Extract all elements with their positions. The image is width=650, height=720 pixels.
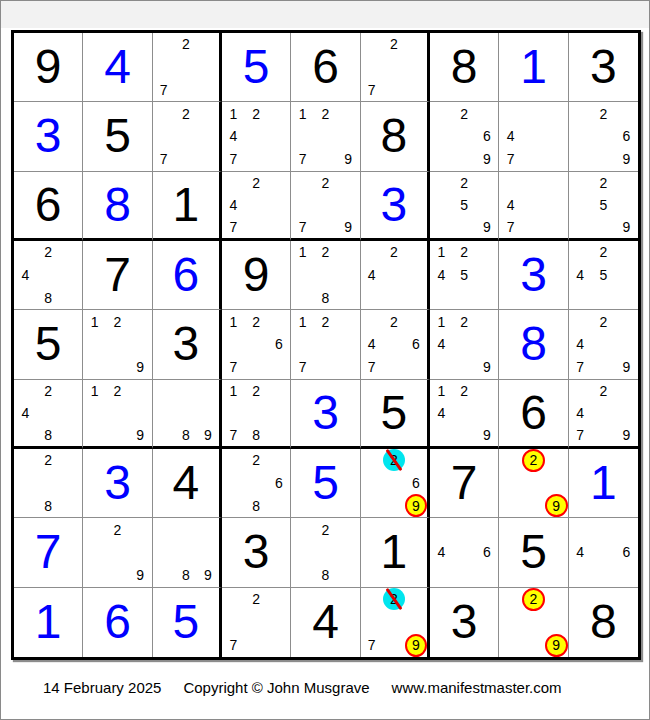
solved-digit: 3: [83, 449, 151, 517]
candidate-2[interactable]: 2: [37, 449, 60, 472]
candidate-4[interactable]: 4: [430, 541, 453, 564]
candidate-2[interactable]: 2: [106, 310, 129, 333]
cell-r9c6[interactable]: 279: [361, 588, 430, 657]
candidate-6[interactable]: 6: [615, 125, 638, 148]
candidate-9[interactable]: 9: [615, 148, 638, 171]
cell-r8c4[interactable]: 3: [222, 518, 291, 587]
cell-r9c2[interactable]: 6: [83, 588, 152, 657]
cell-r7c2[interactable]: 3: [83, 449, 152, 518]
given-digit: 3: [222, 518, 290, 586]
header-bar: [1, 1, 649, 28]
candidate-7[interactable]: 7: [153, 79, 175, 102]
candidate-7[interactable]: 7: [222, 634, 245, 657]
candidate-7[interactable]: 7: [499, 216, 522, 238]
candidate-9[interactable]: 9: [615, 356, 638, 379]
candidate-2[interactable]: 2: [245, 172, 268, 194]
footer-date: 14 February 2025: [43, 679, 161, 696]
cell-r5c7[interactable]: 1249: [430, 310, 499, 379]
cell-r5c4[interactable]: 1267: [222, 310, 291, 379]
solved-digit: 8: [499, 310, 567, 378]
cell-r3c6[interactable]: 3: [361, 172, 430, 241]
candidate-5[interactable]: 5: [453, 194, 476, 216]
given-digit: 5: [499, 518, 567, 586]
candidate-9[interactable]: 9: [615, 424, 638, 446]
cell-r6c9[interactable]: 2479: [569, 380, 638, 449]
candidate-7[interactable]: 7: [153, 148, 175, 171]
cell-r9c5[interactable]: 4: [291, 588, 360, 657]
cell-r3c2[interactable]: 8: [83, 172, 152, 241]
candidate-7[interactable]: 7: [361, 356, 383, 379]
highlight-circle: 9: [405, 494, 427, 517]
cell-r1c1[interactable]: 9: [14, 33, 83, 102]
candidate-2[interactable]: 2: [592, 102, 615, 125]
cell-r3c7[interactable]: 259: [430, 172, 499, 241]
highlight-circle: 2: [522, 588, 545, 611]
given-digit: 5: [361, 380, 427, 446]
candidate-6[interactable]: 6: [405, 472, 427, 495]
given-digit: 7: [430, 449, 498, 517]
cell-r7c6[interactable]: 269: [361, 449, 430, 518]
cell-r1c8[interactable]: 1: [499, 33, 568, 102]
cell-r2c7[interactable]: 269: [430, 102, 499, 171]
candidate-4[interactable]: 4: [14, 264, 37, 287]
candidate-2-cyan[interactable]: 2: [383, 588, 405, 611]
cell-r7c9[interactable]: 1: [569, 449, 638, 518]
cell-r1c2[interactable]: 4: [83, 33, 152, 102]
candidate-4[interactable]: 4: [499, 194, 522, 216]
cell-r7c7[interactable]: 7: [430, 449, 499, 518]
cell-r3c1[interactable]: 6: [14, 172, 83, 241]
cell-r8c6[interactable]: 1: [361, 518, 430, 587]
cell-r3c4[interactable]: 247: [222, 172, 291, 241]
cell-r2c4[interactable]: 1247: [222, 102, 291, 171]
candidate-5[interactable]: 5: [592, 194, 615, 216]
cell-r9c1[interactable]: 1: [14, 588, 83, 657]
cell-r2c1[interactable]: 3: [14, 102, 83, 171]
candidate-2-yellow[interactable]: 2: [522, 449, 545, 472]
candidate-2[interactable]: 2: [453, 380, 476, 402]
cell-r7c5[interactable]: 5: [291, 449, 360, 518]
cell-r2c6[interactable]: 8: [361, 102, 430, 171]
eliminated-candidate-circle: 2: [383, 588, 405, 610]
candidate-8[interactable]: 8: [314, 564, 337, 587]
candidate-2[interactable]: 2: [592, 380, 615, 402]
cell-r8c9[interactable]: 46: [569, 518, 638, 587]
candidate-7[interactable]: 7: [499, 148, 522, 171]
candidate-2[interactable]: 2: [453, 310, 476, 333]
candidate-2[interactable]: 2: [592, 172, 615, 194]
candidate-7[interactable]: 7: [569, 424, 592, 446]
candidate-9-yellow[interactable]: 9: [405, 634, 427, 657]
candidate-2[interactable]: 2: [453, 172, 476, 194]
candidate-9[interactable]: 9: [615, 216, 638, 238]
candidate-2-yellow[interactable]: 2: [522, 588, 545, 611]
candidate-7[interactable]: 7: [361, 634, 383, 657]
candidate-2[interactable]: 2: [314, 241, 337, 264]
given-digit: 4: [153, 449, 219, 517]
candidate-9[interactable]: 9: [197, 424, 219, 446]
given-digit: 8: [430, 33, 498, 101]
cell-r4c5[interactable]: 128: [291, 241, 360, 310]
cell-r8c5[interactable]: 28: [291, 518, 360, 587]
solved-digit: 1: [14, 588, 82, 657]
solved-digit: 3: [14, 102, 82, 170]
candidate-9[interactable]: 9: [129, 564, 152, 587]
candidate-4[interactable]: 4: [569, 333, 592, 356]
candidate-9[interactable]: 9: [337, 148, 360, 171]
candidate-2[interactable]: 2: [175, 33, 197, 56]
candidate-2[interactable]: 2: [245, 310, 268, 333]
candidate-2[interactable]: 2: [383, 241, 405, 264]
solved-digit: 5: [153, 588, 219, 657]
highlight-circle: 9: [545, 494, 568, 517]
candidate-8[interactable]: 8: [175, 564, 197, 587]
cell-r4c4[interactable]: 9: [222, 241, 291, 310]
candidate-9[interactable]: 9: [476, 216, 499, 238]
given-digit: 8: [569, 588, 638, 657]
given-digit: 3: [430, 588, 498, 657]
cell-r9c3[interactable]: 5: [153, 588, 222, 657]
cell-r1c3[interactable]: 27: [153, 33, 222, 102]
given-digit: 9: [14, 33, 82, 101]
cell-r3c3[interactable]: 1: [153, 172, 222, 241]
solved-digit: 3: [361, 172, 427, 238]
given-digit: 6: [14, 172, 82, 238]
given-digit: 1: [153, 172, 219, 238]
cell-r3c5[interactable]: 279: [291, 172, 360, 241]
cell-r5c1[interactable]: 5: [14, 310, 83, 379]
candidate-2[interactable]: 2: [314, 518, 337, 541]
cell-r2c9[interactable]: 269: [569, 102, 638, 171]
candidate-8[interactable]: 8: [37, 495, 60, 518]
candidate-4[interactable]: 4: [361, 333, 383, 356]
cell-r9c7[interactable]: 3: [430, 588, 499, 657]
candidate-2[interactable]: 2: [175, 102, 197, 125]
solved-digit: 5: [222, 33, 290, 101]
candidate-6[interactable]: 6: [615, 541, 638, 564]
cell-r5c6[interactable]: 2467: [361, 310, 430, 379]
candidate-2[interactable]: 2: [245, 102, 268, 125]
cell-r5c5[interactable]: 127: [291, 310, 360, 379]
cell-r6c7[interactable]: 1249: [430, 380, 499, 449]
candidate-2[interactable]: 2: [245, 449, 268, 472]
candidate-1[interactable]: 1: [222, 380, 245, 402]
cell-r6c1[interactable]: 248: [14, 380, 83, 449]
cell-r1c6[interactable]: 27: [361, 33, 430, 102]
candidate-2[interactable]: 2: [245, 588, 268, 611]
candidate-1[interactable]: 1: [291, 310, 314, 333]
solved-digit: 6: [153, 241, 219, 309]
given-digit: 4: [291, 588, 359, 657]
cell-r9c9[interactable]: 8: [569, 588, 638, 657]
candidate-8[interactable]: 8: [37, 287, 60, 310]
candidate-9[interactable]: 9: [476, 356, 499, 379]
candidate-2[interactable]: 2: [383, 33, 405, 56]
cell-r9c8[interactable]: 29: [499, 588, 568, 657]
candidate-7[interactable]: 7: [291, 148, 314, 171]
footer: 14 February 2025 Copyright © John Musgra…: [43, 679, 562, 696]
cell-r1c9[interactable]: 3: [569, 33, 638, 102]
candidate-1[interactable]: 1: [291, 241, 314, 264]
cell-r1c7[interactable]: 8: [430, 33, 499, 102]
cell-r6c6[interactable]: 5: [361, 380, 430, 449]
cell-r4c3[interactable]: 6: [153, 241, 222, 310]
given-digit: 6: [291, 33, 359, 101]
cell-r2c5[interactable]: 1279: [291, 102, 360, 171]
candidate-6[interactable]: 6: [268, 472, 291, 495]
candidate-4[interactable]: 4: [430, 402, 453, 424]
candidate-8[interactable]: 8: [37, 424, 60, 446]
cell-r7c4[interactable]: 268: [222, 449, 291, 518]
footer-copyright: Copyright © John Musgrave: [183, 679, 369, 696]
cell-r6c5[interactable]: 3: [291, 380, 360, 449]
candidate-1[interactable]: 1: [222, 102, 245, 125]
cell-r9c4[interactable]: 27: [222, 588, 291, 657]
candidate-6[interactable]: 6: [476, 541, 499, 564]
given-digit: 6: [499, 380, 567, 446]
given-digit: 5: [14, 310, 82, 378]
cell-r2c8[interactable]: 47: [499, 102, 568, 171]
candidate-9[interactable]: 9: [337, 216, 360, 238]
candidate-4[interactable]: 4: [222, 194, 245, 216]
candidate-1[interactable]: 1: [430, 310, 453, 333]
candidate-9[interactable]: 9: [129, 424, 152, 446]
solved-digit: 3: [291, 380, 359, 446]
candidate-4[interactable]: 4: [430, 333, 453, 356]
candidate-7[interactable]: 7: [222, 148, 245, 171]
cell-r1c4[interactable]: 5: [222, 33, 291, 102]
footer-website: www.manifestmaster.com: [392, 679, 562, 696]
candidate-7[interactable]: 7: [222, 216, 245, 238]
eliminated-candidate-circle: 2: [383, 449, 405, 471]
candidate-9[interactable]: 9: [129, 356, 152, 379]
candidate-2[interactable]: 2: [106, 380, 129, 402]
cell-r3c8[interactable]: 47: [499, 172, 568, 241]
candidate-9-yellow[interactable]: 9: [405, 495, 427, 518]
candidate-5[interactable]: 5: [592, 264, 615, 287]
candidate-2[interactable]: 2: [37, 241, 60, 264]
candidate-8[interactable]: 8: [245, 495, 268, 518]
candidate-4[interactable]: 4: [499, 125, 522, 148]
highlight-circle: 9: [545, 634, 568, 657]
candidate-7[interactable]: 7: [222, 356, 245, 379]
highlight-circle: 9: [405, 634, 427, 657]
given-digit: 7: [83, 241, 151, 309]
cell-r5c2[interactable]: 129: [83, 310, 152, 379]
candidate-1[interactable]: 1: [430, 241, 453, 264]
candidate-4[interactable]: 4: [430, 264, 453, 287]
candidate-4[interactable]: 4: [569, 264, 592, 287]
candidate-5[interactable]: 5: [453, 264, 476, 287]
candidate-4[interactable]: 4: [569, 402, 592, 424]
candidate-7[interactable]: 7: [291, 356, 314, 379]
candidate-4[interactable]: 4: [14, 402, 37, 424]
cell-r2c2[interactable]: 5: [83, 102, 152, 171]
candidate-7[interactable]: 7: [222, 424, 245, 446]
candidate-2[interactable]: 2: [383, 310, 405, 333]
candidate-1[interactable]: 1: [430, 380, 453, 402]
cell-r5c8[interactable]: 8: [499, 310, 568, 379]
cell-r6c3[interactable]: 89: [153, 380, 222, 449]
candidate-7[interactable]: 7: [361, 79, 383, 102]
candidate-1[interactable]: 1: [291, 102, 314, 125]
highlight-circle: 2: [522, 449, 545, 472]
candidate-4[interactable]: 4: [569, 541, 592, 564]
solved-digit: 4: [83, 33, 151, 101]
given-digit: 5: [83, 102, 151, 170]
candidate-4[interactable]: 4: [361, 264, 383, 287]
given-digit: 3: [153, 310, 219, 378]
candidate-2[interactable]: 2: [245, 380, 268, 402]
cell-r3c9[interactable]: 259: [569, 172, 638, 241]
cell-r6c2[interactable]: 129: [83, 380, 152, 449]
cell-r8c3[interactable]: 89: [153, 518, 222, 587]
candidate-2[interactable]: 2: [37, 380, 60, 402]
candidate-2[interactable]: 2: [314, 102, 337, 125]
given-digit: 3: [569, 33, 638, 101]
sudoku-page: 9427562781335271247127982694726968124727…: [0, 0, 650, 720]
cell-r8c1[interactable]: 7: [14, 518, 83, 587]
cell-r7c1[interactable]: 28: [14, 449, 83, 518]
candidate-6[interactable]: 6: [405, 333, 427, 356]
cell-r8c2[interactable]: 29: [83, 518, 152, 587]
candidate-9-yellow[interactable]: 9: [545, 495, 568, 518]
candidate-2-cyan[interactable]: 2: [383, 449, 405, 472]
candidate-7[interactable]: 7: [291, 216, 314, 238]
candidate-2[interactable]: 2: [592, 241, 615, 264]
given-digit: 8: [361, 102, 427, 170]
candidate-8[interactable]: 8: [245, 424, 268, 446]
candidate-9[interactable]: 9: [197, 564, 219, 587]
cell-r4c7[interactable]: 1245: [430, 241, 499, 310]
solved-digit: 8: [83, 172, 151, 238]
cell-r5c3[interactable]: 3: [153, 310, 222, 379]
candidate-4[interactable]: 4: [222, 125, 245, 148]
cell-r4c8[interactable]: 3: [499, 241, 568, 310]
cell-r6c8[interactable]: 6: [499, 380, 568, 449]
cell-r5c9[interactable]: 2479: [569, 310, 638, 379]
solved-digit: 6: [83, 588, 151, 657]
candidate-2[interactable]: 2: [314, 310, 337, 333]
candidate-7[interactable]: 7: [569, 356, 592, 379]
solved-digit: 1: [569, 449, 638, 517]
cell-r8c7[interactable]: 46: [430, 518, 499, 587]
solved-digit: 1: [499, 33, 567, 101]
candidate-2[interactable]: 2: [453, 102, 476, 125]
cell-r6c4[interactable]: 1278: [222, 380, 291, 449]
cell-r1c5[interactable]: 6: [291, 33, 360, 102]
candidate-8[interactable]: 8: [314, 287, 337, 310]
cell-r4c6[interactable]: 24: [361, 241, 430, 310]
candidate-9-yellow[interactable]: 9: [545, 634, 568, 657]
solved-digit: 7: [14, 518, 82, 586]
given-digit: 1: [361, 518, 427, 586]
candidate-2[interactable]: 2: [592, 310, 615, 333]
cell-r7c8[interactable]: 29: [499, 449, 568, 518]
candidate-1[interactable]: 1: [83, 310, 106, 333]
candidate-9[interactable]: 9: [476, 148, 499, 171]
cell-r8c8[interactable]: 5: [499, 518, 568, 587]
cell-r2c3[interactable]: 27: [153, 102, 222, 171]
candidate-1[interactable]: 1: [83, 380, 106, 402]
cell-r4c1[interactable]: 248: [14, 241, 83, 310]
candidate-2[interactable]: 2: [453, 241, 476, 264]
candidate-6[interactable]: 6: [476, 125, 499, 148]
candidate-8[interactable]: 8: [175, 424, 197, 446]
candidate-6[interactable]: 6: [268, 333, 291, 356]
cell-r4c9[interactable]: 245: [569, 241, 638, 310]
candidate-9[interactable]: 9: [476, 424, 499, 446]
given-digit: 9: [222, 241, 290, 309]
sudoku-board: 9427562781335271247127982694726968124727…: [11, 30, 641, 660]
candidate-2[interactable]: 2: [314, 172, 337, 194]
candidate-2[interactable]: 2: [106, 518, 129, 541]
candidate-1[interactable]: 1: [222, 310, 245, 333]
solved-digit: 5: [291, 449, 359, 517]
solved-digit: 3: [499, 241, 567, 309]
cell-r4c2[interactable]: 7: [83, 241, 152, 310]
cell-r7c3[interactable]: 4: [153, 449, 222, 518]
